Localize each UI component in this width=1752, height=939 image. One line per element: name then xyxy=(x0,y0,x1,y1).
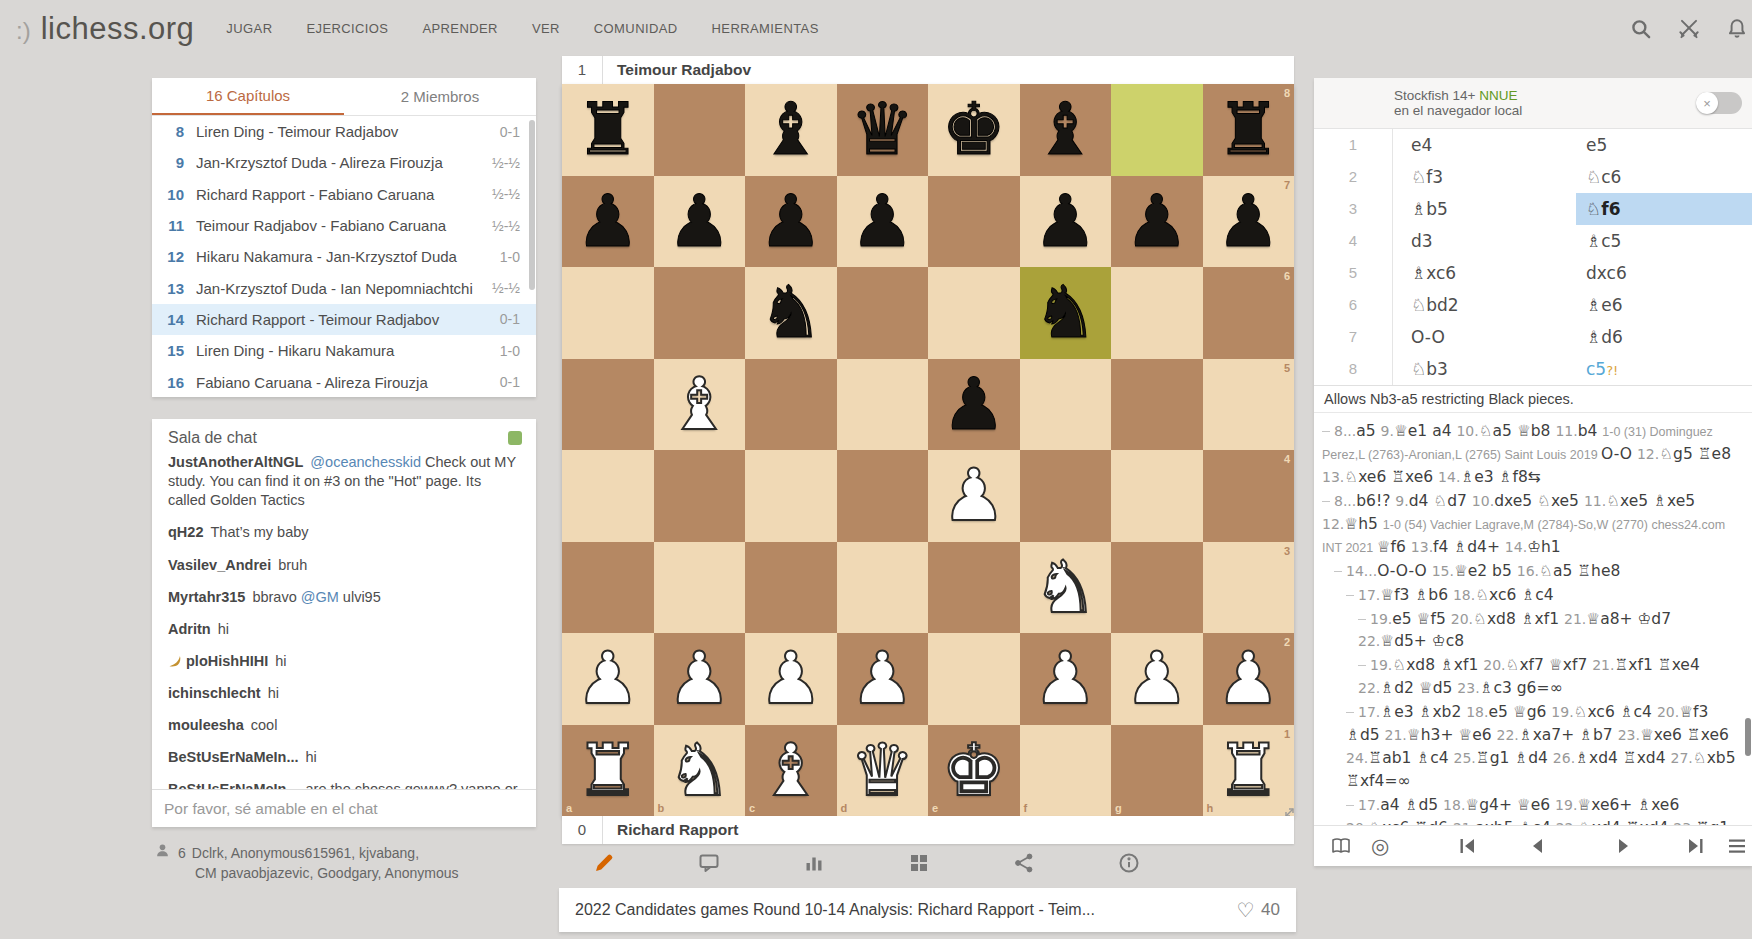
white-player-name[interactable]: Richard Rapport xyxy=(617,821,738,839)
chapter-number: 11 xyxy=(152,217,184,234)
opening-book-icon[interactable] xyxy=(1329,826,1353,866)
square-b2[interactable]: ♟ xyxy=(654,633,746,725)
move-white[interactable]: ♘b3 xyxy=(1393,353,1576,385)
move-white[interactable]: O-O xyxy=(1393,321,1576,353)
main-nav: JUGAREJERCICIOSAPRENDERVERCOMUNIDADHERRA… xyxy=(226,21,818,36)
variation-line[interactable]: 17.♗e3 ♗xb2 18.e5 ♕g6 19.♘xc6 ♗c4 20.♕f3… xyxy=(1346,701,1742,793)
chapter-row[interactable]: 15Liren Ding - Hikaru Nakamura1-0 xyxy=(152,335,536,366)
square-a5[interactable] xyxy=(562,359,654,451)
chat-username[interactable]: Vasilev_Andrei xyxy=(168,557,271,573)
next-move-button[interactable] xyxy=(1612,826,1634,866)
white-queen[interactable]: ♛ xyxy=(837,725,929,817)
chapter-title: Hikaru Nakamura - Jan-Krzysztof Duda xyxy=(196,248,500,265)
move-black[interactable]: ♗d6 xyxy=(1576,321,1752,353)
spectator-names-1[interactable]: Dclrk, Anonymous615961, kjvabang, xyxy=(192,844,419,864)
move-white[interactable]: ♘f3 xyxy=(1393,161,1576,193)
chapter-number: 13 xyxy=(152,280,184,297)
move-number: 4 xyxy=(1314,225,1393,257)
white-rook[interactable]: ♜ xyxy=(562,725,654,817)
chat-bubble-icon[interactable] xyxy=(697,851,721,875)
file-label-a: a xyxy=(566,802,572,814)
chat-mention-link[interactable]: @GM xyxy=(301,589,339,605)
chart-icon[interactable] xyxy=(802,851,826,875)
square-c3[interactable] xyxy=(745,542,837,634)
white-pawn[interactable]: ♟ xyxy=(928,450,1020,542)
analysis-panel: Stockfish 14+ NNUE en el navegador local… xyxy=(1314,78,1752,866)
variation-line[interactable]: 17.a4 ♗d5 18.♕g4+ ♕e6 19.♕xe6+ ♗xe6 20.♘… xyxy=(1346,794,1742,825)
white-pawn[interactable]: ♟ xyxy=(1111,633,1203,725)
square-d8[interactable]: ♛ xyxy=(837,84,929,176)
square-b6[interactable] xyxy=(654,267,746,359)
go-last-move-button[interactable] xyxy=(1684,826,1706,866)
black-pawn[interactable]: ♟ xyxy=(1111,176,1203,268)
notifications-bell-icon[interactable] xyxy=(1724,16,1750,42)
chapter-number: 15 xyxy=(152,342,184,359)
square-e6[interactable] xyxy=(928,267,1020,359)
chat-mention-link[interactable]: @oceanchesskid xyxy=(310,454,421,470)
engine-toggle-knob: × xyxy=(1696,92,1718,114)
square-b3[interactable] xyxy=(654,542,746,634)
rank-label-7: 7 xyxy=(1284,179,1290,191)
square-c1[interactable]: ♝c xyxy=(745,725,837,817)
chat-text: hi xyxy=(306,749,317,765)
square-g4[interactable] xyxy=(1111,450,1203,542)
move-annotation: ?! xyxy=(1606,363,1618,378)
square-d5[interactable] xyxy=(837,359,929,451)
move-number: 6 xyxy=(1314,289,1393,321)
square-a4[interactable] xyxy=(562,450,654,542)
move-black[interactable]: dxc6 xyxy=(1576,257,1752,289)
chat-text: ulvi95 xyxy=(339,589,381,605)
rank-label-4: 4 xyxy=(1284,453,1290,465)
chapter-title: Liren Ding - Hikaru Nakamura xyxy=(196,342,500,359)
chat-message: BeStUsErNaMeIn...hi xyxy=(168,748,520,767)
white-pawn[interactable]: ♟ xyxy=(837,633,929,725)
pinned-comment-pencil-icon[interactable] xyxy=(592,851,616,875)
tab-members[interactable]: 2 Miembros xyxy=(344,78,536,115)
variation-line[interactable]: 19.e5 ♕f5 20.♘xd8 ♗xf1 21.♕a8+ ♔d7 22.♕d… xyxy=(1358,608,1742,654)
chat-input[interactable] xyxy=(152,800,536,818)
move-number: 1 xyxy=(1314,129,1393,161)
rank-label-6: 6 xyxy=(1284,270,1290,282)
lichess-logo[interactable]: :) lichess.org xyxy=(16,11,194,47)
move-white[interactable]: ♘bd2 xyxy=(1393,289,1576,321)
chapter-row[interactable]: 8Liren Ding - Teimour Radjabov0-1 xyxy=(152,116,536,147)
rank-label-8: 8 xyxy=(1284,87,1290,99)
square-f5[interactable] xyxy=(1020,359,1112,451)
chat-input-row xyxy=(152,789,536,827)
move-comment: Allows Nb3-a5 restricting Black pieces. xyxy=(1314,386,1752,413)
study-title[interactable]: 2022 Candidates games Round 10-14 Analys… xyxy=(575,901,1224,919)
file-label-h: h xyxy=(1207,802,1214,814)
spectator-count: 6 xyxy=(178,844,186,864)
square-c4[interactable] xyxy=(745,450,837,542)
square-a3[interactable] xyxy=(562,542,654,634)
chat-text: cool xyxy=(251,717,278,733)
variation-line[interactable]: 19.♘xd8 ♗xf1 20.♘xf7 ♕xf7 21.♖xf1 ♖xe4 2… xyxy=(1358,654,1742,700)
share-icon[interactable] xyxy=(1012,851,1036,875)
player-bar-white: 0 Richard Rapport xyxy=(562,816,1294,844)
white-pawn[interactable]: ♟ xyxy=(745,633,837,725)
chess-board[interactable]: ♜♝♛♚♝♜8♟♟♟♟♟♟♟7♞♞6♝♟5♟4♞3♟♟♟♟♟♟♟2♜a♞b♝c♛… xyxy=(562,84,1294,816)
square-d7[interactable]: ♟ xyxy=(837,176,929,268)
logo-text: lichess.org xyxy=(41,11,195,47)
move-white[interactable]: ♗xc6 xyxy=(1393,257,1576,289)
square-c5[interactable] xyxy=(745,359,837,451)
square-f1[interactable]: f xyxy=(1020,725,1112,817)
chat-text: bbravo xyxy=(252,589,300,605)
square-c7[interactable]: ♟ xyxy=(745,176,837,268)
move-number: 2 xyxy=(1314,161,1393,193)
square-g6[interactable] xyxy=(1111,267,1203,359)
chat-message: BeStUsErNaMeIn...are the choses gewwy? y… xyxy=(168,780,520,789)
variation-line[interactable]: 8...a5 9.♕e1 a4 10.♘a5 ♕b8 11.b4 1-0 (31… xyxy=(1322,420,1742,489)
chapters-scrollbar[interactable] xyxy=(529,120,535,290)
chat-message: qH22That’s my baby xyxy=(168,523,520,542)
chapter-result: 0-1 xyxy=(500,311,520,327)
square-a7[interactable]: ♟ xyxy=(562,176,654,268)
chapter-number: 9 xyxy=(152,154,184,171)
move-row: 4d3♗c5 xyxy=(1314,225,1752,257)
chat-message: Adritnhi xyxy=(168,620,520,639)
boards-grid-icon[interactable] xyxy=(907,851,931,875)
spectators-icon xyxy=(155,843,170,864)
logo-smiley-icon: :) xyxy=(16,17,31,45)
chat-username[interactable]: Myrtahr315 xyxy=(168,589,245,605)
square-h4[interactable]: 4 xyxy=(1203,450,1295,542)
chat-title: Sala de chat xyxy=(168,429,508,447)
chapter-result: ½-½ xyxy=(492,218,520,234)
rank-label-3: 3 xyxy=(1284,545,1290,557)
chapter-result: 0-1 xyxy=(500,374,520,390)
square-d3[interactable] xyxy=(837,542,929,634)
move-number: 7 xyxy=(1314,321,1393,353)
move-list: 1e4e52♘f3♘c63♗b5♘f64d3♗c55♗xc6dxc66♘bd2♗… xyxy=(1314,129,1752,386)
top-nav-bar: :) lichess.org JUGAREJERCICIOSAPRENDERVE… xyxy=(0,0,1752,57)
study-toolbar xyxy=(562,846,1294,880)
nav-item-ver[interactable]: VER xyxy=(532,21,560,36)
move-row: 6♘bd2♗e6 xyxy=(1314,289,1752,321)
square-a1[interactable]: ♜a xyxy=(562,725,654,817)
variation-moves: 14...O-O-O 15.♕e2 b5 16.♘a5 ♖he8 xyxy=(1346,562,1620,580)
nav-item-aprender[interactable]: APRENDER xyxy=(422,21,497,36)
chapter-row[interactable]: 13Jan-Krzysztof Duda - Ian Nepomniachtch… xyxy=(152,272,536,303)
variation-line[interactable]: 8...b6!? 9.d4 ♘d7 10.dxe5 ♘xe5 11.♘xe5 ♗… xyxy=(1322,490,1742,559)
white-king[interactable]: ♚ xyxy=(928,725,1020,817)
square-f4[interactable] xyxy=(1020,450,1112,542)
white-knight[interactable]: ♞ xyxy=(1020,542,1112,634)
square-a8[interactable]: ♜ xyxy=(562,84,654,176)
chat-username[interactable]: ploHishHIHI xyxy=(186,653,268,669)
study-title-bar: 2022 Candidates games Round 10-14 Analys… xyxy=(559,888,1296,932)
white-pawn[interactable]: ♟ xyxy=(654,633,746,725)
move-black[interactable]: ♘c6 xyxy=(1576,161,1752,193)
chapter-list: 8Liren Ding - Teimour Radjabov0-19Jan-Kr… xyxy=(152,116,536,398)
square-b7[interactable]: ♟ xyxy=(654,176,746,268)
lichess-study-page: :) lichess.org JUGAREJERCICIOSAPRENDERVE… xyxy=(0,0,1752,939)
chat-message: Myrtahr315bbravo @GM ulvi95 xyxy=(168,588,520,607)
black-pawn[interactable]: ♟ xyxy=(928,359,1020,451)
chapter-title: Jan-Krzysztof Duda - Ian Nepomniachtchi xyxy=(196,280,492,297)
move-row: 8♘b3c5?! xyxy=(1314,353,1752,385)
square-d4[interactable] xyxy=(837,450,929,542)
chat-username[interactable]: Adritn xyxy=(168,621,211,637)
chapter-tabs: 16 Capítulos 2 Miembros xyxy=(152,78,536,116)
square-h8[interactable]: ♜8 xyxy=(1203,84,1295,176)
nav-item-ejercicios[interactable]: EJERCICIOS xyxy=(306,21,388,36)
chat-text: hi xyxy=(268,685,279,701)
chapter-result: ½-½ xyxy=(492,280,520,296)
engine-toggle[interactable]: × xyxy=(1696,92,1742,114)
tab-chapters[interactable]: 16 Capítulos xyxy=(152,78,344,115)
square-g1[interactable]: g xyxy=(1111,725,1203,817)
chat-text: That’s my baby xyxy=(210,524,308,540)
chat-message: ichinschlechthi xyxy=(168,684,520,703)
move-number: 3 xyxy=(1314,193,1393,225)
challenges-swords-icon[interactable] xyxy=(1676,16,1702,42)
variation-moves: 8...a5 9.♕e1 a4 10.♘a5 ♕b8 11.b4 xyxy=(1334,422,1602,440)
chat-header: Sala de chat xyxy=(152,419,536,451)
black-pawn[interactable]: ♟ xyxy=(654,176,746,268)
previous-move-button[interactable] xyxy=(1527,826,1549,866)
move-black[interactable]: ♘f6 xyxy=(1576,193,1752,225)
square-c2[interactable]: ♟ xyxy=(745,633,837,725)
rank-label-1: 1 xyxy=(1284,728,1290,740)
player-bar-black: 1 Teimour Radjabov xyxy=(562,56,1294,84)
square-e8[interactable]: ♚ xyxy=(928,84,1020,176)
like-heart-icon[interactable]: ♡ xyxy=(1236,898,1254,922)
rank-label-2: 2 xyxy=(1284,636,1290,648)
white-pawn[interactable]: ♟ xyxy=(1020,633,1112,725)
chat-text: hi xyxy=(218,621,229,637)
nav-item-herramientas[interactable]: HERRAMIENTAS xyxy=(712,21,819,36)
black-queen[interactable]: ♛ xyxy=(837,84,929,176)
file-label-c: c xyxy=(749,802,755,814)
info-icon[interactable] xyxy=(1117,851,1141,875)
chapter-number: 16 xyxy=(152,374,184,391)
move-number: 8 xyxy=(1314,353,1393,385)
square-h1[interactable]: ♜1h xyxy=(1203,725,1295,817)
file-label-f: f xyxy=(1024,802,1028,814)
chapter-title: Fabiano Caruana - Alireza Firouzja xyxy=(196,374,500,391)
analysis-controls: ◎ xyxy=(1314,825,1752,866)
square-c8[interactable]: ♝ xyxy=(745,84,837,176)
chat-messages: JustAnotherAltNGL@oceanchesskid Check ou… xyxy=(152,451,536,789)
variations-scrollbar[interactable] xyxy=(1745,718,1751,756)
file-label-e: e xyxy=(932,802,938,814)
file-label-b: b xyxy=(658,802,665,814)
practice-target-icon[interactable]: ◎ xyxy=(1371,826,1389,866)
square-b5[interactable]: ♝ xyxy=(654,359,746,451)
black-rook[interactable]: ♜ xyxy=(562,84,654,176)
move-row: 1e4e5 xyxy=(1314,129,1752,161)
square-e7[interactable] xyxy=(928,176,1020,268)
white-knight[interactable]: ♞ xyxy=(654,725,746,817)
variation-moves: 19.e5 ♕f5 20.♘xd8 ♗xf1 21.♕a8+ ♔d7 22.♕d… xyxy=(1358,610,1671,651)
move-row: 7O-O♗d6 xyxy=(1314,321,1752,353)
square-h2[interactable]: ♟2 xyxy=(1203,633,1295,725)
chat-username[interactable]: JustAnotherAltNGL xyxy=(168,454,303,470)
chapters-panel: 16 Capítulos 2 Miembros 8Liren Ding - Te… xyxy=(152,78,536,397)
chat-username[interactable]: qH22 xyxy=(168,524,203,540)
chat-message: JustAnotherAltNGL@oceanchesskid Check ou… xyxy=(168,453,520,510)
black-knight[interactable]: ♞ xyxy=(745,267,837,359)
chapter-result: 1-0 xyxy=(500,249,520,265)
chapter-row[interactable]: 12Hikaru Nakamura - Jan-Krzysztof Duda1-… xyxy=(152,241,536,272)
white-score: 0 xyxy=(562,816,603,844)
chat-presence-indicator[interactable] xyxy=(508,431,522,445)
move-black[interactable]: ♗e6 xyxy=(1576,289,1752,321)
patron-wing-icon xyxy=(168,655,183,668)
move-black[interactable]: ♗c5 xyxy=(1576,225,1752,257)
variations-tree: 8...a5 9.♕e1 a4 10.♘a5 ♕b8 11.b4 1-0 (31… xyxy=(1314,413,1752,825)
square-b8[interactable] xyxy=(654,84,746,176)
square-g2[interactable]: ♟ xyxy=(1111,633,1203,725)
chapter-row[interactable]: 16Fabiano Caruana - Alireza Firouzja0-1 xyxy=(152,366,536,397)
black-bishop[interactable]: ♝ xyxy=(1020,84,1112,176)
move-white[interactable]: ♗b5 xyxy=(1393,193,1576,225)
square-d6[interactable] xyxy=(837,267,929,359)
menu-hamburger-icon[interactable] xyxy=(1726,826,1748,866)
chapter-row[interactable]: 14Richard Rapport - Teimour Radjabov0-1 xyxy=(152,304,536,335)
spectator-names-2[interactable]: CM pavaobjazevic, Goodgary, Anonymous xyxy=(195,864,495,884)
chat-username[interactable]: BeStUsErNaMeIn... xyxy=(168,749,299,765)
chapter-number: 10 xyxy=(152,186,184,203)
chapter-title: Liren Ding - Teimour Radjabov xyxy=(196,123,500,140)
chapter-title: Richard Rapport - Teimour Radjabov xyxy=(196,311,500,328)
nav-item-comunidad[interactable]: COMUNIDAD xyxy=(594,21,678,36)
chat-username[interactable]: BeStUsErNaMeIn... xyxy=(168,781,299,789)
variation-line[interactable]: 14...O-O-O 15.♕e2 b5 16.♘a5 ♖he8 xyxy=(1334,560,1742,583)
square-f8[interactable]: ♝ xyxy=(1020,84,1112,176)
square-d2[interactable]: ♟ xyxy=(837,633,929,725)
square-f6[interactable]: ♞ xyxy=(1020,267,1112,359)
chapter-row[interactable]: 10Richard Rapport - Fabiano Caruana½-½ xyxy=(152,179,536,210)
like-count: 40 xyxy=(1261,900,1280,920)
chapter-title: Teimour Radjabov - Fabiano Caruana xyxy=(196,217,492,234)
chapter-row[interactable]: 11Teimour Radjabov - Fabiano Caruana½-½ xyxy=(152,210,536,241)
variation-line[interactable]: 17.♕f3 ♗b6 18.♘xc6 ♗c4 xyxy=(1346,584,1742,607)
chat-username[interactable]: ichinschlecht xyxy=(168,685,261,701)
white-bishop[interactable]: ♝ xyxy=(745,725,837,817)
chat-message: mouleeshacool xyxy=(168,716,520,735)
chapter-result: 1-0 xyxy=(500,343,520,359)
move-white[interactable]: e4 xyxy=(1393,129,1576,161)
black-pawn[interactable]: ♟ xyxy=(562,176,654,268)
square-c6[interactable]: ♞ xyxy=(745,267,837,359)
chat-text: hi xyxy=(275,653,286,669)
move-row: 2♘f3♘c6 xyxy=(1314,161,1752,193)
move-row: 3♗b5♘f6 xyxy=(1314,193,1752,225)
variation-moves: 17.a4 ♗d5 18.♕g4+ ♕e6 19.♕xe6+ ♗xe6 20.♘… xyxy=(1346,796,1729,825)
black-pawn[interactable]: ♟ xyxy=(837,176,929,268)
engine-nnue-badge: NNUE xyxy=(1479,88,1517,103)
chapter-number: 14 xyxy=(152,311,184,328)
spectators-list: 6 Dclrk, Anonymous615961, kjvabang, CM p… xyxy=(155,843,495,883)
variation-moves: ♕f6 13.f4 ♗d4+ 14.♔h1 xyxy=(1377,538,1561,556)
black-knight[interactable]: ♞ xyxy=(1020,267,1112,359)
square-e5[interactable]: ♟ xyxy=(928,359,1020,451)
black-pawn[interactable]: ♟ xyxy=(1020,176,1112,268)
chat-text: bruh xyxy=(278,557,307,573)
square-e3[interactable] xyxy=(928,542,1020,634)
chat-panel: Sala de chat JustAnotherAltNGL@oceanches… xyxy=(152,419,536,827)
square-g7[interactable]: ♟ xyxy=(1111,176,1203,268)
square-h6[interactable]: 6 xyxy=(1203,267,1295,359)
move-number: 5 xyxy=(1314,257,1393,289)
chapter-title: Richard Rapport - Fabiano Caruana xyxy=(196,186,492,203)
white-pawn[interactable]: ♟ xyxy=(1203,633,1295,725)
black-player-name[interactable]: Teimour Radjabov xyxy=(617,61,751,79)
variation-moves: 19.♘xd8 ♗xf1 20.♘xf7 ♕xf7 21.♖xf1 ♖xe4 2… xyxy=(1358,656,1700,697)
square-b4[interactable] xyxy=(654,450,746,542)
go-first-move-button[interactable] xyxy=(1457,826,1479,866)
white-pawn[interactable]: ♟ xyxy=(562,633,654,725)
chapter-title: Jan-Krzysztof Duda - Alireza Firouzja xyxy=(196,154,492,171)
black-bishop[interactable]: ♝ xyxy=(745,84,837,176)
top-icons xyxy=(1628,0,1752,57)
move-row: 5♗xc6dxc6 xyxy=(1314,257,1752,289)
chapter-result: ½-½ xyxy=(492,186,520,202)
square-g5[interactable] xyxy=(1111,359,1203,451)
square-h5[interactable]: 5 xyxy=(1203,359,1295,451)
engine-header: Stockfish 14+ NNUE en el navegador local… xyxy=(1314,78,1752,129)
square-f3[interactable]: ♞ xyxy=(1020,542,1112,634)
square-h3[interactable]: 3 xyxy=(1203,542,1295,634)
square-g8[interactable] xyxy=(1111,84,1203,176)
black-king[interactable]: ♚ xyxy=(928,84,1020,176)
white-rook[interactable]: ♜ xyxy=(1203,725,1295,817)
black-score: 1 xyxy=(562,56,603,84)
square-a6[interactable] xyxy=(562,267,654,359)
rank-label-5: 5 xyxy=(1284,362,1290,374)
move-black[interactable]: c5?! xyxy=(1576,353,1752,385)
square-e2[interactable] xyxy=(928,633,1020,725)
chat-username[interactable]: mouleesha xyxy=(168,717,244,733)
square-f2[interactable]: ♟ xyxy=(1020,633,1112,725)
chapter-number: 8 xyxy=(152,123,184,140)
chat-message: ploHishHIHIhi xyxy=(168,652,520,671)
square-e4[interactable]: ♟ xyxy=(928,450,1020,542)
square-a2[interactable]: ♟ xyxy=(562,633,654,725)
chapter-row[interactable]: 9Jan-Krzysztof Duda - Alireza Firouzja½-… xyxy=(152,147,536,178)
square-e1[interactable]: ♚e xyxy=(928,725,1020,817)
variation-moves: 17.♗e3 ♗xb2 18.e5 ♕g6 19.♘xc6 ♗c4 20.♕f3… xyxy=(1346,703,1736,790)
black-pawn[interactable]: ♟ xyxy=(1203,176,1295,268)
nav-item-jugar[interactable]: JUGAR xyxy=(226,21,272,36)
variation-moves: 17.♕f3 ♗b6 18.♘xc6 ♗c4 xyxy=(1358,586,1554,604)
square-g3[interactable] xyxy=(1111,542,1203,634)
chapter-number: 12 xyxy=(152,248,184,265)
square-h7[interactable]: ♟7 xyxy=(1203,176,1295,268)
search-icon[interactable] xyxy=(1628,16,1654,42)
black-rook[interactable]: ♜ xyxy=(1203,84,1295,176)
white-bishop[interactable]: ♝ xyxy=(654,359,746,451)
chapter-result: 0-1 xyxy=(500,124,520,140)
square-f7[interactable]: ♟ xyxy=(1020,176,1112,268)
file-label-g: g xyxy=(1115,802,1122,814)
chat-message: Vasilev_Andreibruh xyxy=(168,556,520,575)
square-b1[interactable]: ♞b xyxy=(654,725,746,817)
move-white[interactable]: d3 xyxy=(1393,225,1576,257)
square-d1[interactable]: ♛d xyxy=(837,725,929,817)
file-label-d: d xyxy=(841,802,848,814)
chapter-result: ½-½ xyxy=(492,155,520,171)
black-pawn[interactable]: ♟ xyxy=(745,176,837,268)
move-black[interactable]: e5 xyxy=(1576,129,1752,161)
